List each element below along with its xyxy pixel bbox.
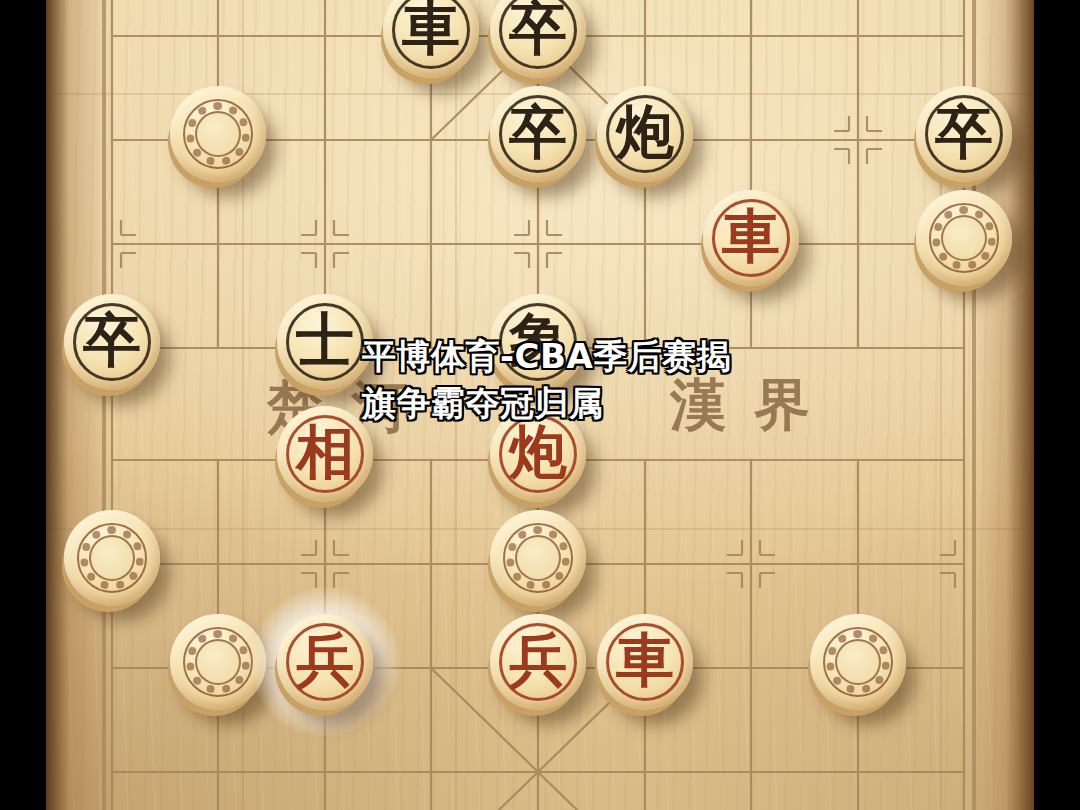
piece-black-soldier[interactable]: 卒 — [490, 86, 586, 182]
piece-character: 兵 — [296, 612, 354, 708]
piece-character: 卒 — [83, 292, 141, 388]
piece-hidden-back[interactable] — [490, 510, 586, 606]
piece-hidden-back[interactable] — [810, 614, 906, 710]
piece-hidden-back[interactable] — [64, 510, 160, 606]
piece-black-soldier[interactable]: 卒 — [490, 0, 586, 78]
headline-line-2: 旗争霸夺冠归属 — [362, 380, 731, 427]
hidden-piece-ornament — [515, 535, 561, 581]
piece-character: 炮 — [616, 84, 674, 180]
piece-hidden-back[interactable] — [170, 86, 266, 182]
piece-hidden-back[interactable] — [916, 190, 1012, 286]
xiangqi-game-screen: 楚河漢界 車卒卒炮卒車卒士象相炮兵兵車 平博体育-CBA季后赛揭 旗争霸夺冠归属 — [0, 0, 1080, 810]
piece-character: 相 — [296, 404, 354, 500]
piece-character: 車 — [722, 188, 780, 284]
piece-red-chariot[interactable]: 車 — [597, 614, 693, 710]
piece-character: 車 — [402, 0, 460, 76]
piece-character: 車 — [616, 612, 674, 708]
letterbox-left — [0, 0, 46, 810]
piece-character: 卒 — [935, 84, 993, 180]
piece-character: 兵 — [509, 612, 567, 708]
piece-red-chariot[interactable]: 車 — [703, 190, 799, 286]
piece-character: 卒 — [509, 0, 567, 76]
piece-black-chariot[interactable]: 車 — [383, 0, 479, 78]
piece-red-soldier-selected[interactable]: 兵 — [277, 614, 373, 710]
piece-black-cannon[interactable]: 炮 — [597, 86, 693, 182]
piece-black-advisor[interactable]: 士 — [277, 294, 373, 390]
piece-red-soldier[interactable]: 兵 — [490, 614, 586, 710]
hidden-piece-ornament — [941, 215, 987, 261]
letterbox-right — [1034, 0, 1080, 810]
headline-overlay: 平博体育-CBA季后赛揭 旗争霸夺冠归属 — [362, 333, 731, 427]
piece-character: 卒 — [509, 84, 567, 180]
hidden-piece-ornament — [195, 639, 241, 685]
piece-red-elephant[interactable]: 相 — [277, 406, 373, 502]
hidden-piece-ornament — [89, 535, 135, 581]
headline-line-1: 平博体育-CBA季后赛揭 — [362, 333, 731, 380]
hidden-piece-ornament — [835, 639, 881, 685]
hidden-piece-ornament — [195, 111, 241, 157]
piece-black-soldier[interactable]: 卒 — [64, 294, 160, 390]
piece-black-soldier[interactable]: 卒 — [916, 86, 1012, 182]
piece-character: 士 — [296, 292, 354, 388]
